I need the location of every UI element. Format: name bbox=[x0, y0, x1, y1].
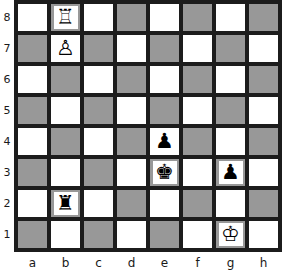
square-b7[interactable]: ♙ bbox=[51, 35, 80, 62]
square-g7[interactable] bbox=[216, 35, 245, 62]
file-label-d: d bbox=[117, 256, 146, 270]
square-g4[interactable] bbox=[216, 128, 245, 155]
square-d7[interactable] bbox=[117, 35, 146, 62]
square-f5[interactable] bbox=[183, 97, 212, 124]
rank-label-6: 6 bbox=[0, 66, 14, 93]
square-e2[interactable] bbox=[150, 190, 179, 217]
square-f3[interactable] bbox=[183, 159, 212, 186]
black-pawn-g3[interactable]: ♟ bbox=[219, 161, 243, 184]
square-h7[interactable] bbox=[249, 35, 278, 62]
black-king-e3[interactable]: ♚ bbox=[153, 161, 177, 184]
white-rook-b8[interactable]: ♖ bbox=[54, 6, 78, 29]
rank-label-5: 5 bbox=[0, 97, 14, 124]
file-label-g: g bbox=[216, 256, 245, 270]
board: ♖♙♟♚♟♜♔ bbox=[14, 0, 282, 252]
square-h6[interactable] bbox=[249, 66, 278, 93]
square-c2[interactable] bbox=[84, 190, 113, 217]
square-d1[interactable] bbox=[117, 221, 146, 248]
square-d6[interactable] bbox=[117, 66, 146, 93]
black-rook-b2[interactable]: ♜ bbox=[54, 192, 78, 215]
rank-label-7: 7 bbox=[0, 35, 14, 62]
file-label-b: b bbox=[51, 256, 80, 270]
square-f4[interactable] bbox=[183, 128, 212, 155]
square-d4[interactable] bbox=[117, 128, 146, 155]
square-a6[interactable] bbox=[18, 66, 47, 93]
square-a5[interactable] bbox=[18, 97, 47, 124]
rank-label-1: 1 bbox=[0, 221, 14, 248]
square-e6[interactable] bbox=[150, 66, 179, 93]
square-c4[interactable] bbox=[84, 128, 113, 155]
square-b6[interactable] bbox=[51, 66, 80, 93]
square-g5[interactable] bbox=[216, 97, 245, 124]
black-pawn-e4[interactable]: ♟ bbox=[153, 130, 177, 153]
rank-label-4: 4 bbox=[0, 128, 14, 155]
square-b2[interactable]: ♜ bbox=[51, 190, 80, 217]
square-e3[interactable]: ♚ bbox=[150, 159, 179, 186]
square-a2[interactable] bbox=[18, 190, 47, 217]
square-e5[interactable] bbox=[150, 97, 179, 124]
file-labels: abcdefgh bbox=[14, 252, 282, 274]
square-c8[interactable] bbox=[84, 4, 113, 31]
square-a7[interactable] bbox=[18, 35, 47, 62]
rank-label-8: 8 bbox=[0, 4, 14, 31]
square-a8[interactable] bbox=[18, 4, 47, 31]
square-d5[interactable] bbox=[117, 97, 146, 124]
white-pawn-b7[interactable]: ♙ bbox=[54, 37, 78, 60]
square-h2[interactable] bbox=[249, 190, 278, 217]
square-b5[interactable] bbox=[51, 97, 80, 124]
square-h4[interactable] bbox=[249, 128, 278, 155]
rank-label-3: 3 bbox=[0, 159, 14, 186]
square-h3[interactable] bbox=[249, 159, 278, 186]
rank-labels: 87654321 bbox=[0, 0, 14, 252]
square-f2[interactable] bbox=[183, 190, 212, 217]
file-label-a: a bbox=[18, 256, 47, 270]
square-g1[interactable]: ♔ bbox=[216, 221, 245, 248]
square-g3[interactable]: ♟ bbox=[216, 159, 245, 186]
square-c7[interactable] bbox=[84, 35, 113, 62]
chess-diagram: 87654321 ♖♙♟♚♟♜♔ abcdefgh bbox=[0, 0, 283, 274]
square-f1[interactable] bbox=[183, 221, 212, 248]
square-d2[interactable] bbox=[117, 190, 146, 217]
square-g8[interactable] bbox=[216, 4, 245, 31]
square-h8[interactable] bbox=[249, 4, 278, 31]
square-f7[interactable] bbox=[183, 35, 212, 62]
file-label-h: h bbox=[249, 256, 278, 270]
square-a4[interactable] bbox=[18, 128, 47, 155]
square-g2[interactable] bbox=[216, 190, 245, 217]
square-d8[interactable] bbox=[117, 4, 146, 31]
square-b1[interactable] bbox=[51, 221, 80, 248]
square-b3[interactable] bbox=[51, 159, 80, 186]
square-b4[interactable] bbox=[51, 128, 80, 155]
square-a3[interactable] bbox=[18, 159, 47, 186]
file-label-c: c bbox=[84, 256, 113, 270]
square-f8[interactable] bbox=[183, 4, 212, 31]
square-e7[interactable] bbox=[150, 35, 179, 62]
rank-label-2: 2 bbox=[0, 190, 14, 217]
square-e4[interactable]: ♟ bbox=[150, 128, 179, 155]
square-h1[interactable] bbox=[249, 221, 278, 248]
square-g6[interactable] bbox=[216, 66, 245, 93]
square-d3[interactable] bbox=[117, 159, 146, 186]
square-a1[interactable] bbox=[18, 221, 47, 248]
square-b8[interactable]: ♖ bbox=[51, 4, 80, 31]
square-e1[interactable] bbox=[150, 221, 179, 248]
square-c1[interactable] bbox=[84, 221, 113, 248]
white-king-g1[interactable]: ♔ bbox=[219, 223, 243, 246]
square-c3[interactable] bbox=[84, 159, 113, 186]
file-label-f: f bbox=[183, 256, 212, 270]
square-e8[interactable] bbox=[150, 4, 179, 31]
square-f6[interactable] bbox=[183, 66, 212, 93]
square-c5[interactable] bbox=[84, 97, 113, 124]
square-c6[interactable] bbox=[84, 66, 113, 93]
file-label-e: e bbox=[150, 256, 179, 270]
square-h5[interactable] bbox=[249, 97, 278, 124]
